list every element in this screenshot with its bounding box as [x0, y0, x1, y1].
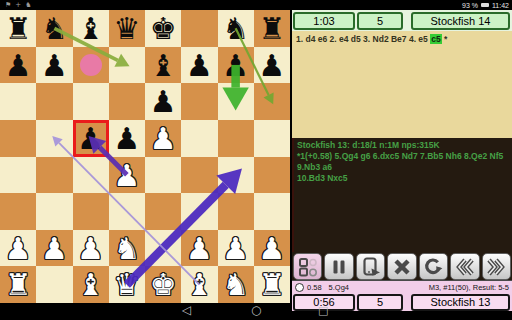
white-eval: 0.58 [307, 283, 322, 292]
rotate-button[interactable] [419, 253, 448, 280]
system-tray: 93 % 11:42 [462, 2, 512, 9]
chess-board[interactable]: ♜♞♝♛♚♞♜♟♟♝♟♟♟♟♟♟♟♟♟♟♟♞♟♟♟♜♝♛♚♝♞♜ [0, 10, 290, 303]
square-b6[interactable] [36, 83, 72, 120]
square-e6[interactable]: ♟ [145, 83, 181, 120]
piece-white-pawn: ♟ [36, 230, 72, 267]
status-bar: ⚑ + ♞ 93 % 11:42 [0, 0, 512, 10]
step-back-button[interactable] [450, 253, 479, 280]
piece-black-bishop: ♝ [73, 10, 109, 47]
square-b3[interactable] [36, 193, 72, 230]
square-f3[interactable] [181, 193, 217, 230]
square-a3[interactable] [0, 193, 36, 230]
square-g2[interactable]: ♟ [218, 230, 254, 267]
piece-white-rook: ♜ [254, 266, 290, 303]
piece-white-pawn: ♟ [254, 230, 290, 267]
square-h1[interactable]: ♜ [254, 266, 290, 303]
piece-black-pawn: ♟ [181, 47, 217, 84]
square-h5[interactable] [254, 120, 290, 157]
square-c7[interactable] [73, 47, 109, 84]
nav-home-icon[interactable]: ○ [251, 303, 261, 317]
black-clock[interactable]: 1:03 [293, 12, 355, 30]
piece-white-pawn: ♟ [73, 230, 109, 267]
piece-black-pawn: ♟ [0, 47, 36, 84]
square-f4[interactable] [181, 157, 217, 194]
square-b8[interactable]: ♞ [36, 10, 72, 47]
square-c6[interactable] [73, 83, 109, 120]
analysis-panel: 1:03 5 Stockfish 14 1. d4 e6 2. e4 d5 3.… [290, 10, 512, 311]
piece-white-pawn: ♟ [218, 230, 254, 267]
current-move[interactable]: c5 [430, 34, 441, 44]
piece-black-pawn: ♟ [36, 47, 72, 84]
flag-icon: ⚑ [5, 0, 11, 10]
piece-black-queen: ♛ [109, 10, 145, 47]
square-f1[interactable]: ♝ [181, 266, 217, 303]
square-d8[interactable]: ♛ [109, 10, 145, 47]
white-best-move: 5.Qg4 [329, 283, 349, 292]
square-e8[interactable]: ♚ [145, 10, 181, 47]
square-e5[interactable]: ♟ [145, 120, 181, 157]
square-f7[interactable]: ♟ [181, 47, 217, 84]
piece-white-pawn: ♟ [109, 157, 145, 194]
piece-white-pawn: ♟ [0, 230, 36, 267]
white-level[interactable]: 5 [357, 294, 403, 311]
piece-black-knight: ♞ [218, 10, 254, 47]
piece-black-pawn: ♟ [109, 120, 145, 157]
square-a8[interactable]: ♜ [0, 10, 36, 47]
white-to-move-icon [295, 283, 304, 292]
square-c8[interactable]: ♝ [73, 10, 109, 47]
board-grid[interactable]: ♜♞♝♛♚♞♜♟♟♝♟♟♟♟♟♟♟♟♟♟♟♞♟♟♟♜♝♛♚♝♞♜ [0, 10, 290, 303]
square-c3[interactable] [73, 193, 109, 230]
square-d3[interactable] [109, 193, 145, 230]
square-f5[interactable] [181, 120, 217, 157]
square-g8[interactable]: ♞ [218, 10, 254, 47]
square-f2[interactable]: ♟ [181, 230, 217, 267]
square-b1[interactable] [36, 266, 72, 303]
notification-icons: ⚑ + ♞ [0, 0, 31, 10]
square-h3[interactable] [254, 193, 290, 230]
square-e2[interactable] [145, 230, 181, 267]
square-b5[interactable] [36, 120, 72, 157]
pause-button[interactable] [324, 253, 353, 280]
device-move-icon [360, 256, 382, 278]
piece-black-king: ♚ [145, 10, 181, 47]
square-e4[interactable] [145, 157, 181, 194]
move-list-suffix: * [442, 34, 448, 44]
square-h2[interactable]: ♟ [254, 230, 290, 267]
square-g4[interactable] [218, 157, 254, 194]
square-d7[interactable] [109, 47, 145, 84]
engine-status-line: Stockfish 13: d:18/1 n:1M nps:315K [297, 140, 509, 151]
piece-white-king: ♚ [145, 266, 181, 303]
battery-icon [481, 3, 489, 7]
piece-white-bishop: ♝ [181, 266, 217, 303]
square-d1[interactable]: ♛ [109, 266, 145, 303]
piece-white-queen: ♛ [109, 266, 145, 303]
step-forward-button[interactable] [482, 253, 511, 280]
piece-black-pawn: ♟ [145, 83, 181, 120]
square-g6[interactable] [218, 83, 254, 120]
players-setup-button[interactable] [293, 253, 322, 280]
square-c1[interactable]: ♝ [73, 266, 109, 303]
square-a1[interactable]: ♜ [0, 266, 36, 303]
piece-white-knight: ♞ [109, 230, 145, 267]
square-a7[interactable]: ♟ [0, 47, 36, 84]
piece-black-pawn: ♟ [218, 47, 254, 84]
square-g3[interactable] [218, 193, 254, 230]
match-status: M3, #11(50), Result: 5-5 [429, 283, 509, 292]
square-g7[interactable]: ♟ [218, 47, 254, 84]
battery-percent: 93 % [462, 2, 478, 9]
black-level[interactable]: 5 [357, 12, 403, 30]
white-engine-name[interactable]: Stockfish 13 [411, 294, 510, 311]
square-b2[interactable]: ♟ [36, 230, 72, 267]
move-origin-dot [80, 54, 102, 76]
piece-black-knight: ♞ [36, 10, 72, 47]
engine-output: Stockfish 13: d:18/1 n:1M nps:315K *1(+0… [292, 138, 512, 252]
plus-icon: + [15, 0, 21, 10]
square-a2[interactable]: ♟ [0, 230, 36, 267]
square-a4[interactable] [0, 157, 36, 194]
piece-white-knight: ♞ [218, 266, 254, 303]
nav-recents-icon[interactable]: □ [318, 304, 328, 317]
square-h8[interactable]: ♜ [254, 10, 290, 47]
square-e1[interactable]: ♚ [145, 266, 181, 303]
piece-white-pawn: ♟ [145, 120, 181, 157]
square-d6[interactable] [109, 83, 145, 120]
piece-white-bishop: ♝ [73, 266, 109, 303]
move-list[interactable]: 1. d4 e6 2. e4 d5 3. Nd2 Be7 4. e5 c5 * [292, 31, 512, 138]
square-h7[interactable]: ♟ [254, 47, 290, 84]
players-setup-icon [297, 256, 319, 278]
square-g1[interactable]: ♞ [218, 266, 254, 303]
pause-icon [328, 256, 350, 278]
black-engine-name[interactable]: Stockfish 14 [411, 12, 510, 30]
close-icon [391, 256, 413, 278]
chevrons-left-icon [454, 256, 476, 278]
piece-black-rook: ♜ [254, 10, 290, 47]
black-engine-row: 1:03 5 Stockfish 14 [292, 10, 512, 31]
square-e7[interactable]: ♝ [145, 47, 181, 84]
square-g5[interactable] [218, 120, 254, 157]
piece-black-pawn: ♟ [73, 120, 109, 157]
piece-black-pawn: ♟ [254, 47, 290, 84]
piece-black-bishop: ♝ [145, 47, 181, 84]
square-c5[interactable]: ♟ [73, 120, 109, 157]
square-d2[interactable]: ♞ [109, 230, 145, 267]
square-d5[interactable]: ♟ [109, 120, 145, 157]
clock-time: 11:42 [492, 2, 509, 9]
square-b4[interactable] [36, 157, 72, 194]
rotate-icon [422, 256, 444, 278]
engine-pv-line: *1(+0.58) 5.Qg4 g6 6.dxc5 Nd7 7.Bb5 Nh6 … [297, 151, 509, 173]
square-c2[interactable]: ♟ [73, 230, 109, 267]
white-eval-strip: 0.58 5.Qg4 M3, #11(50), Result: 5-5 [292, 280, 512, 293]
square-f6[interactable] [181, 83, 217, 120]
square-c4[interactable] [73, 157, 109, 194]
control-buttons [292, 252, 512, 280]
square-e3[interactable] [145, 193, 181, 230]
square-b7[interactable]: ♟ [36, 47, 72, 84]
square-h4[interactable] [254, 157, 290, 194]
square-a5[interactable] [0, 120, 36, 157]
piece-white-pawn: ♟ [181, 230, 217, 267]
chevrons-right-icon [485, 256, 507, 278]
move-now-button[interactable] [356, 253, 385, 280]
square-d4[interactable]: ♟ [109, 157, 145, 194]
piece-black-rook: ♜ [0, 10, 36, 47]
nav-back-icon[interactable]: ◁ [182, 303, 191, 317]
engine-pv-line2: 10.Bd3 Nxc5 [297, 173, 509, 184]
piece-white-rook: ♜ [0, 266, 36, 303]
square-h6[interactable] [254, 83, 290, 120]
square-a6[interactable] [0, 83, 36, 120]
square-f8[interactable] [181, 10, 217, 47]
moves-played: 1. d4 e6 2. e4 d5 3. Nd2 Be7 4. e5 [296, 34, 430, 44]
stop-button[interactable] [387, 253, 416, 280]
chess-app-icon: ♞ [25, 0, 31, 10]
